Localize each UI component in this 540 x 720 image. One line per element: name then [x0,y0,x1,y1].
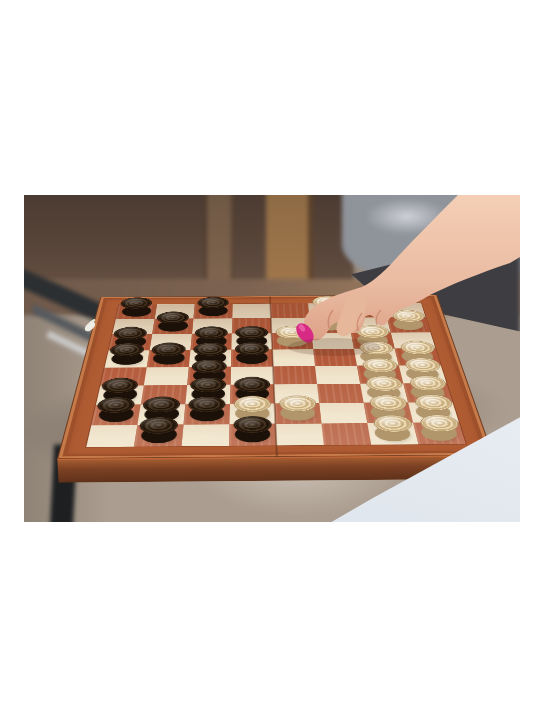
checker-dark-piece[interactable] [112,327,147,340]
checker-dark-piece[interactable] [96,397,136,414]
checker-light-piece[interactable] [361,358,399,373]
board-square[interactable] [321,423,371,445]
checker-dark-piece[interactable] [100,378,139,394]
board-square[interactable] [311,333,354,349]
checker-light-piece[interactable] [399,341,436,355]
board-square[interactable] [387,317,430,332]
checker-dark-piece[interactable] [235,326,268,339]
board-square[interactable] [310,318,351,333]
checker-dark-piece[interactable] [151,343,186,357]
checker-dark-piece[interactable] [190,377,227,393]
board-square[interactable] [231,349,273,366]
checker-light-piece[interactable] [355,325,390,338]
board-square[interactable] [313,349,357,366]
checker-light-piece[interactable] [312,296,345,308]
board-square[interactable] [413,422,466,444]
board-square[interactable] [181,424,229,446]
checker-light-piece[interactable] [391,310,426,322]
checker-dark-piece[interactable] [235,342,269,356]
board-square[interactable] [144,367,189,385]
board-square[interactable] [86,425,137,447]
board-square[interactable] [193,304,232,319]
checker-dark-piece[interactable] [188,396,226,413]
checker-dark-piece[interactable] [233,416,271,434]
board-square[interactable] [346,303,387,318]
board-square[interactable] [273,366,317,384]
board-square[interactable] [367,423,418,445]
checker-dark-piece[interactable] [156,311,189,323]
checker-light-piece[interactable] [418,414,461,432]
checker-light-piece[interactable] [279,395,317,412]
board-square[interactable] [319,403,367,424]
board-square[interactable] [272,333,314,349]
checker-light-piece[interactable] [365,376,404,392]
board-square[interactable] [152,319,193,335]
board-square[interactable] [147,350,191,367]
checker-light-piece[interactable] [314,310,348,322]
checker-light-piece[interactable] [358,341,394,355]
checker-dark-piece[interactable] [138,417,178,435]
board-square[interactable] [105,350,150,367]
checker-dark-piece[interactable] [120,297,153,309]
checker-dark-piece[interactable] [197,297,229,309]
checker-dark-piece[interactable] [191,359,227,374]
board-grid [85,302,467,447]
checker-light-piece[interactable] [275,326,309,339]
board-square[interactable] [232,304,271,319]
board-square[interactable] [184,404,231,425]
board-square[interactable] [315,366,360,384]
checker-dark-piece[interactable] [109,343,145,357]
screenshot [0,0,540,720]
checker-dark-piece[interactable] [142,396,181,413]
board-square[interactable] [270,303,309,318]
checkers-board [57,295,493,459]
photo-checkers-scene [24,195,520,522]
board-square[interactable] [275,403,322,424]
board-square[interactable] [276,423,324,445]
board-square[interactable] [272,349,315,366]
checker-dark-piece[interactable] [234,377,270,393]
board-square[interactable] [116,304,157,319]
board-square[interactable] [91,405,140,426]
checker-dark-piece[interactable] [193,342,227,356]
board-square[interactable] [134,425,184,447]
checker-light-piece[interactable] [350,296,383,308]
checker-dark-piece[interactable] [194,326,228,339]
board-square[interactable] [317,384,364,403]
checker-light-piece[interactable] [234,396,271,413]
checker-light-piece[interactable] [368,395,408,411]
board-square[interactable] [229,424,276,446]
